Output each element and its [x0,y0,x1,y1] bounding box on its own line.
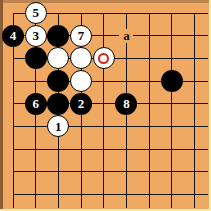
board-point [160,70,183,93]
move-number: 5 [32,6,39,19]
move-number: 6 [32,97,39,110]
stone-black[interactable] [47,25,69,47]
move-number: 1 [55,120,62,133]
stone-black-move-4[interactable]: 4 [2,25,24,47]
board-point [47,70,70,93]
stone-white[interactable] [70,70,92,92]
go-board-diagram: 54376281a [0,0,211,211]
stone-white-move-1[interactable]: 1 [47,115,69,137]
board-point [47,92,70,115]
move-number: 7 [78,29,85,42]
board-point: 5 [24,2,47,25]
move-number: 3 [32,29,39,42]
stone-black-move-2[interactable]: 2 [70,93,92,115]
stone-black-move-8[interactable]: 8 [115,93,137,115]
stone-black[interactable] [47,93,69,115]
stone-white[interactable] [70,47,92,69]
stone-black[interactable] [47,70,69,92]
stone-white-move-7[interactable]: 7 [70,25,92,47]
board-bevel-right [209,0,211,211]
board-point [47,47,70,70]
board-point [70,47,93,70]
move-number: 8 [123,97,130,110]
stone-white-circled[interactable] [93,47,115,69]
board-point: 3 [24,24,47,47]
stone-black[interactable] [161,70,183,92]
stone-white-move-5[interactable]: 5 [25,2,47,24]
board-point: 6 [24,92,47,115]
move-number: 2 [78,97,85,110]
board-point: 4 [2,24,25,47]
board-point: a [115,24,138,47]
board-point [24,47,47,70]
stones-layer: 54376281a [2,2,206,206]
board-point [70,70,93,93]
board-point: 7 [70,24,93,47]
board-bevel-bottom [0,209,211,211]
circle-marker-icon [98,53,109,64]
point-label-a[interactable]: a [119,29,133,43]
stone-black-move-6[interactable]: 6 [25,93,47,115]
move-number: 4 [10,29,17,42]
board-point: 2 [70,92,93,115]
board-point [92,47,115,70]
board-point: 8 [115,92,138,115]
board-point [47,24,70,47]
stone-white[interactable] [47,47,69,69]
stone-white-move-3[interactable]: 3 [25,25,47,47]
board-point: 1 [47,115,70,138]
stone-black[interactable] [25,47,47,69]
